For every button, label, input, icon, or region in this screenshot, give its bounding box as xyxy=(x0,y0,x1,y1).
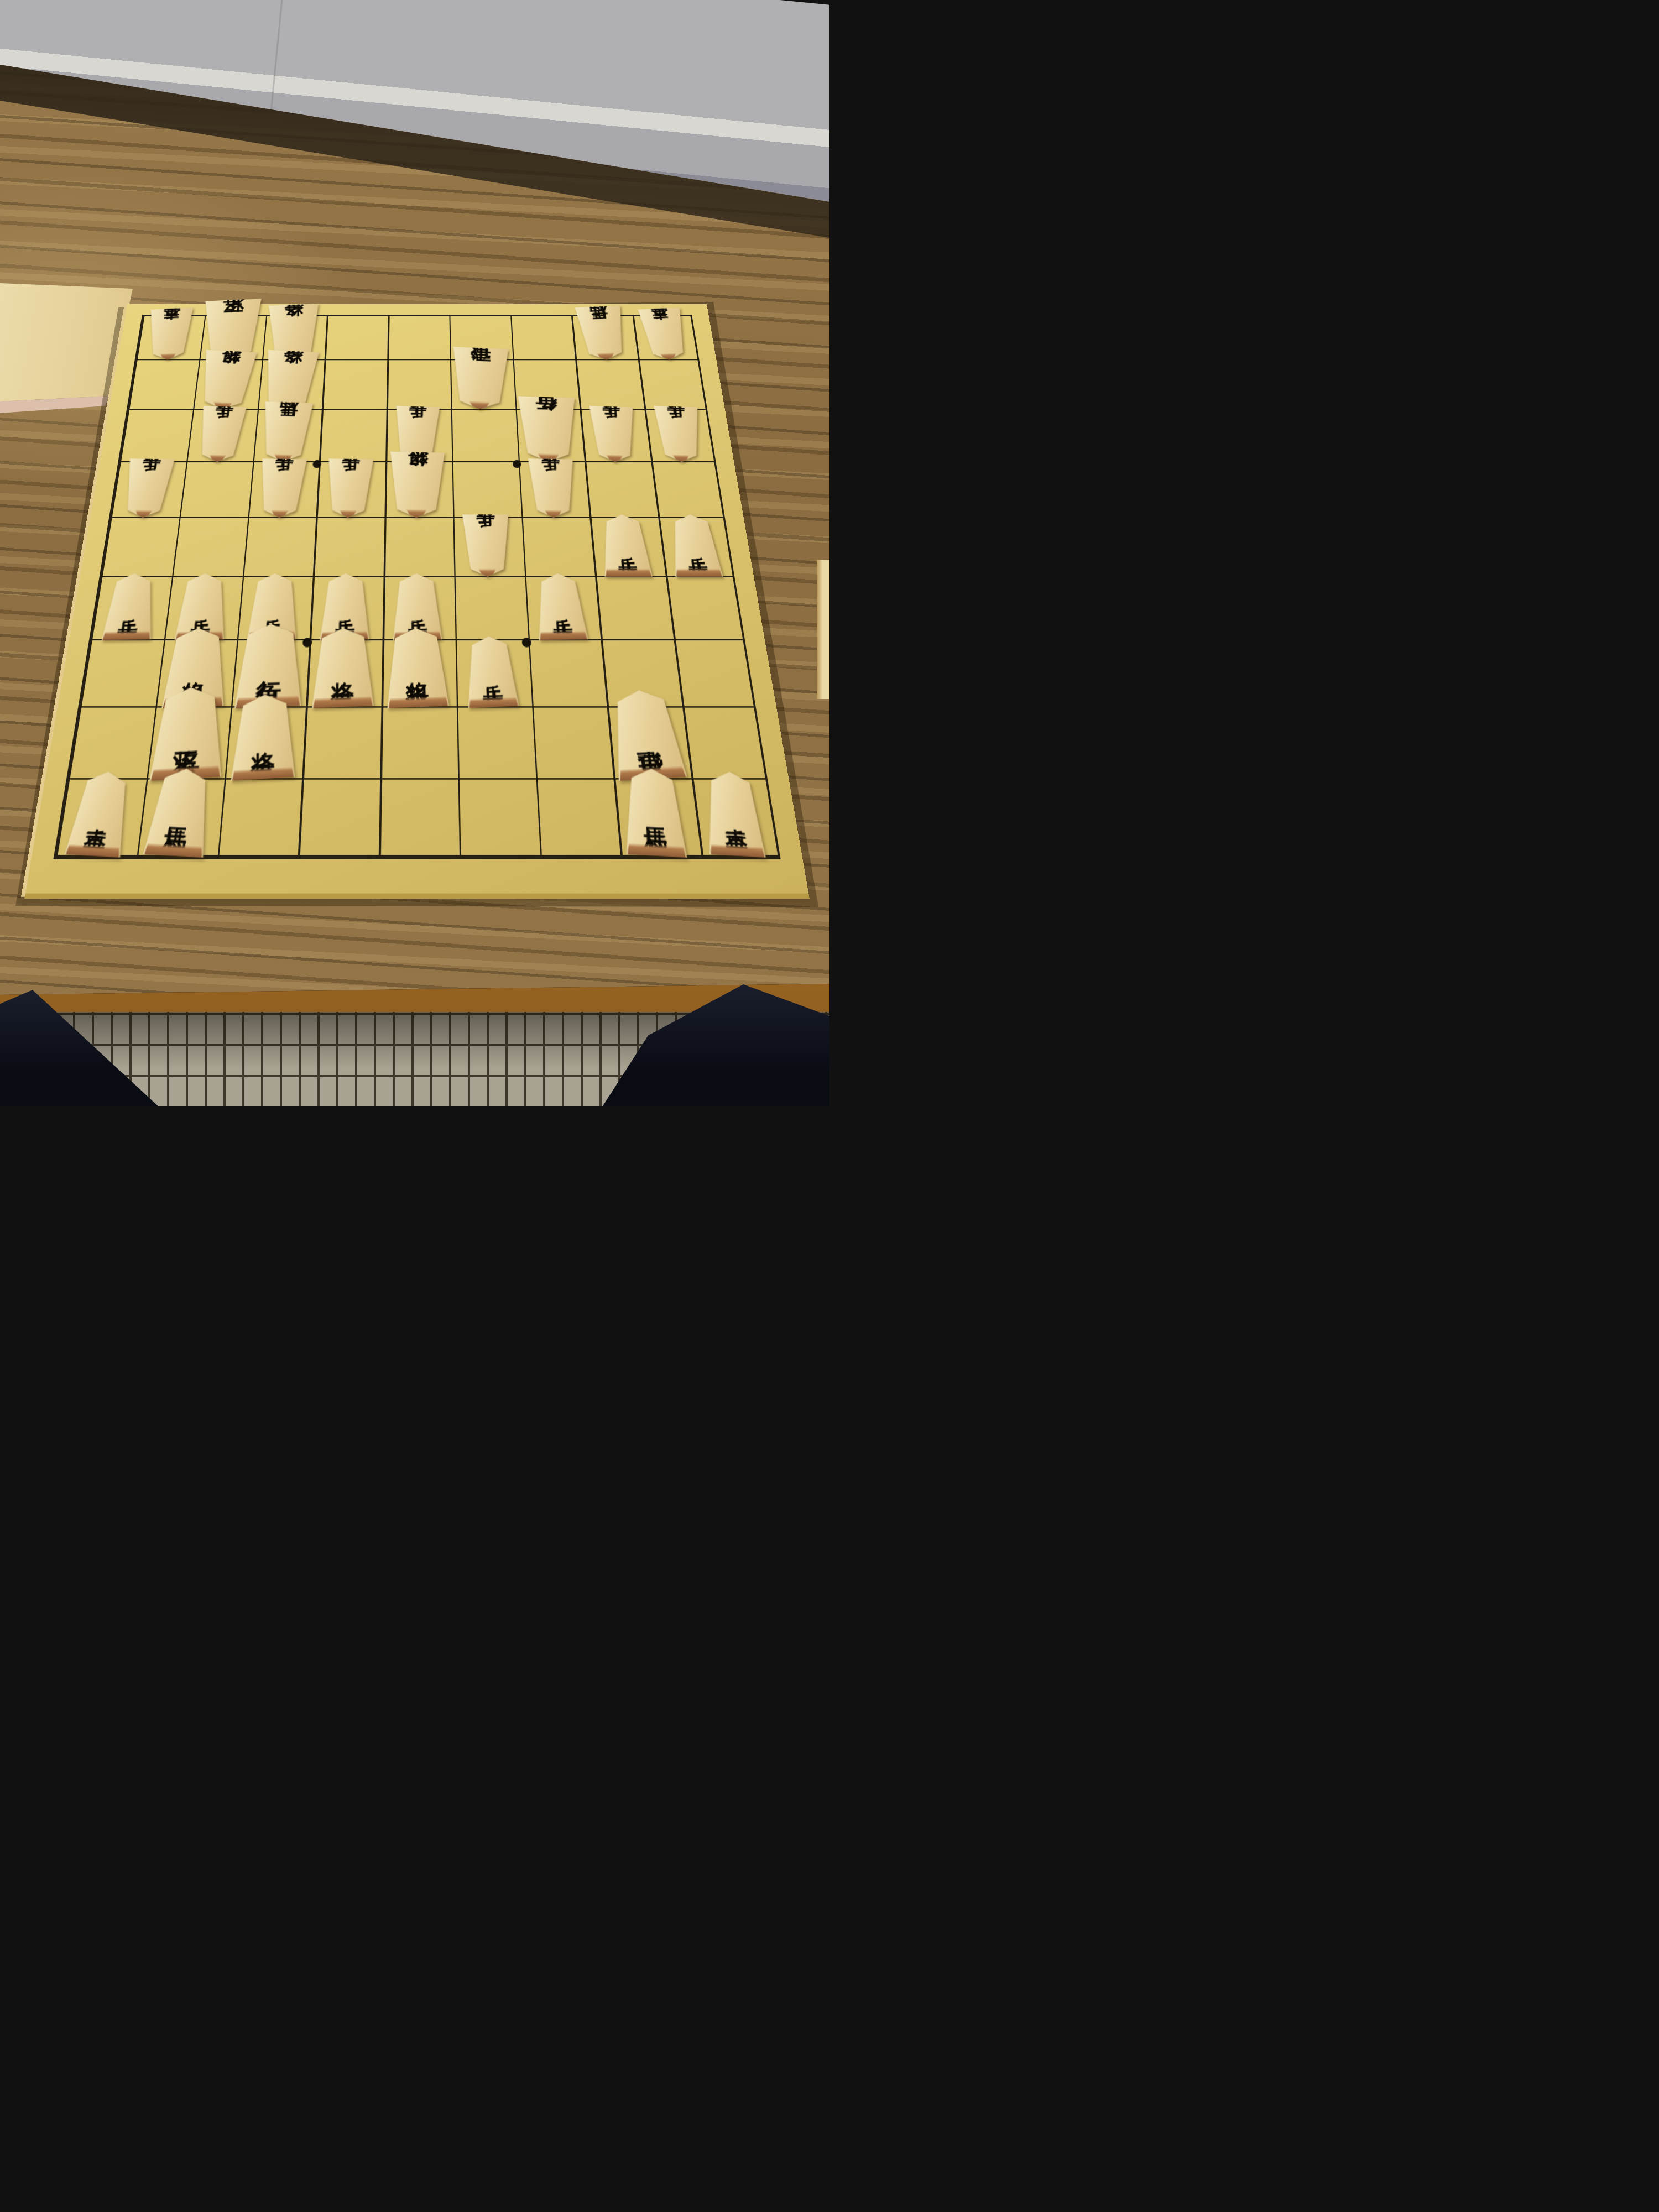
piece-wood-face: 歩兵 xyxy=(654,406,704,462)
piece-wood-face: 銀将 xyxy=(388,452,445,518)
piece-kanji: 歩兵 xyxy=(534,576,587,631)
square-8e[interactable] xyxy=(170,520,246,579)
piece-kanji: 銀将 xyxy=(197,353,257,403)
piece-base-bevel xyxy=(102,631,150,640)
piece-kanji: 歩兵 xyxy=(599,518,652,568)
piece-7h-gold-sente[interactable]: 金将 xyxy=(231,693,296,781)
square-4c[interactable] xyxy=(449,411,517,464)
piece-base-bevel xyxy=(466,401,494,410)
piece-base-bevel xyxy=(337,510,359,518)
piece-kanji: 銀将 xyxy=(389,455,445,509)
piece-kanji: 歩兵 xyxy=(465,639,518,698)
piece-base-bevel xyxy=(675,569,722,577)
square-8d[interactable] xyxy=(177,464,251,520)
piece-wood-face: 香車 xyxy=(146,307,194,361)
piece-kanji: 香車 xyxy=(147,310,193,354)
square-6e[interactable] xyxy=(311,520,383,579)
piece-kanji: 金将 xyxy=(232,697,296,769)
piece-wood-face: 銀将 xyxy=(195,350,257,410)
piece-wood-face: 銀将 xyxy=(386,627,449,708)
piece-6d-pawn-gote[interactable]: 歩兵 xyxy=(325,458,374,518)
piece-base-bevel xyxy=(476,569,499,577)
piece-kanji: 歩兵 xyxy=(320,576,369,631)
square-6c[interactable] xyxy=(317,411,385,464)
piece-kanji: 歩兵 xyxy=(393,576,442,631)
square-1d[interactable] xyxy=(650,464,726,520)
piece-2i-knight-sente[interactable]: 桂馬 xyxy=(623,767,687,858)
piece-8b-silver-gote[interactable]: 銀将 xyxy=(195,350,257,410)
piece-kanji: 桂馬 xyxy=(145,771,215,846)
square-3e[interactable] xyxy=(520,520,594,579)
piece-wood-face: 桂馬 xyxy=(258,401,314,462)
square-6h[interactable] xyxy=(300,710,379,782)
piece-base-bevel xyxy=(542,510,565,518)
piece-wood-face: 歩兵 xyxy=(257,458,307,518)
piece-1i-lance-sente[interactable]: 香車 xyxy=(702,770,766,858)
piece-kanji: 歩兵 xyxy=(667,518,722,568)
piece-wood-face: 香車 xyxy=(702,770,766,858)
piece-1e-pawn-sente[interactable]: 歩兵 xyxy=(667,514,723,577)
piece-kanji: 金将 xyxy=(268,306,319,353)
piece-kanji: 桂馬 xyxy=(259,404,314,455)
shogi-photo-scene: 香車王将金将桂馬香車銀将金将飛車歩兵桂馬歩兵角行歩兵歩兵歩兵歩兵歩兵銀将歩兵歩兵… xyxy=(0,0,830,1106)
piece-3d-pawn-gote[interactable]: 歩兵 xyxy=(528,458,576,518)
piece-kanji: 歩兵 xyxy=(121,461,174,510)
piece-wood-face: 歩兵 xyxy=(464,635,519,708)
square-9b[interactable] xyxy=(126,362,197,411)
piece-wood-face: 角行 xyxy=(518,396,578,462)
piece-base-bevel xyxy=(539,631,587,640)
square-2d[interactable] xyxy=(583,464,657,520)
piece-kanji: 香車 xyxy=(703,774,765,846)
piece-wood-face: 玉将香松作 xyxy=(149,686,225,781)
piece-6g-gold-sente[interactable]: 金将 xyxy=(312,627,374,708)
piece-kanji: 歩兵 xyxy=(196,409,246,455)
square-5i[interactable] xyxy=(377,782,457,859)
piece-wood-face: 歩兵 xyxy=(325,458,374,518)
piece-base-bevel xyxy=(132,510,155,518)
piece-2c-pawn-gote[interactable]: 歩兵 xyxy=(589,406,638,462)
piece-kanji: 桂馬 xyxy=(576,308,629,353)
piece-8c-pawn-gote[interactable]: 歩兵 xyxy=(194,406,246,462)
piece-kanji: 歩兵 xyxy=(103,576,158,631)
piece-base-bevel xyxy=(604,455,626,462)
piece-kanji: 金将 xyxy=(312,631,374,697)
square-3a[interactable] xyxy=(509,315,574,362)
piece-kanji: 飛車 xyxy=(607,693,685,769)
square-4i[interactable] xyxy=(456,782,539,859)
piece-wood-face: 歩兵 xyxy=(589,406,638,462)
piece-wood-face: 歩兵 xyxy=(534,573,588,640)
piece-kanji: 香車 xyxy=(639,310,690,354)
piece-7c-knight-gote[interactable]: 桂馬 xyxy=(258,401,314,462)
piece-kanji: 王将 xyxy=(202,301,262,353)
piece-1c-pawn-gote[interactable]: 歩兵 xyxy=(654,406,704,462)
square-3i[interactable] xyxy=(534,782,619,859)
shogi-board: 香車王将金将桂馬香車銀将金将飛車歩兵桂馬歩兵角行歩兵歩兵歩兵歩兵歩兵銀将歩兵歩兵… xyxy=(25,304,808,894)
piece-kanji: 角行 xyxy=(518,399,578,454)
piece-5d-silver-gote[interactable]: 銀将 xyxy=(388,452,445,518)
piece-kanji: 飛車 xyxy=(451,350,508,403)
piece-base-bevel xyxy=(206,455,228,462)
piece-wood-face: 桂馬 xyxy=(623,767,687,858)
piece-base-bevel xyxy=(269,510,291,518)
piece-4g-pawn-sente[interactable]: 歩兵 xyxy=(464,635,519,708)
piece-wood-face: 金将 xyxy=(231,693,296,781)
piece-wood-face: 歩兵 xyxy=(119,458,174,518)
piece-base-bevel xyxy=(468,697,518,708)
square-7i[interactable] xyxy=(215,782,300,859)
piece-5g-silver-sente[interactable]: 銀将 xyxy=(386,627,449,708)
piece-9d-pawn-gote[interactable]: 歩兵 xyxy=(119,458,174,518)
square-5a[interactable] xyxy=(385,315,448,362)
piece-3f-pawn-sente[interactable]: 歩兵 xyxy=(534,573,588,640)
square-6i[interactable] xyxy=(296,782,378,859)
piece-base-bevel xyxy=(594,353,618,361)
piece-kanji: 桂馬 xyxy=(623,771,686,846)
square-1f[interactable] xyxy=(664,579,745,642)
piece-base-bevel xyxy=(605,569,651,577)
square-1b[interactable] xyxy=(637,362,707,411)
square-9g[interactable] xyxy=(77,643,161,710)
piece-wood-face: 歩兵 xyxy=(667,514,723,577)
piece-8h-king-sente[interactable]: 玉将香松作 xyxy=(149,686,225,781)
piece-kanji: 銀将 xyxy=(386,631,448,697)
square-7e[interactable] xyxy=(241,520,315,579)
piece-kanji: 金将 xyxy=(261,353,319,403)
piece-kanji: 角行 xyxy=(235,627,303,697)
piece-kanji: 歩兵 xyxy=(654,409,703,455)
square-1g[interactable] xyxy=(672,643,757,710)
square-4h[interactable] xyxy=(455,710,534,782)
piece-wood-face: 飛車 xyxy=(451,347,509,410)
piece-9f-pawn-sente[interactable]: 歩兵 xyxy=(102,573,159,640)
piece-wood-face: 歩兵 xyxy=(462,514,512,577)
piece-2e-pawn-sente[interactable]: 歩兵 xyxy=(599,514,653,577)
piece-wood-face: 金将 xyxy=(312,627,374,708)
piece-kanji: 歩兵 xyxy=(462,518,511,568)
star-point xyxy=(521,638,531,647)
piece-wood-face: 歩兵 xyxy=(599,514,653,577)
piece-kanji: 歩兵 xyxy=(394,409,440,455)
piece-3c-bishop-gote[interactable]: 角行 xyxy=(518,396,578,462)
piece-4e-pawn-gote[interactable]: 歩兵 xyxy=(462,514,512,577)
square-9e[interactable] xyxy=(99,520,177,579)
square-6a[interactable] xyxy=(323,315,387,362)
piece-wood-face: 歩兵 xyxy=(194,406,246,462)
piece-9a-lance-gote[interactable]: 香車 xyxy=(146,307,194,361)
square-2b[interactable] xyxy=(574,362,643,411)
piece-kanji: 歩兵 xyxy=(257,461,307,510)
piece-kanji: 歩兵 xyxy=(175,576,228,631)
piece-kanji: 玉将 xyxy=(150,690,225,769)
square-9c[interactable] xyxy=(118,411,191,464)
piece-kanji: 歩兵 xyxy=(326,461,374,510)
square-3h[interactable] xyxy=(530,710,612,782)
square-2f[interactable] xyxy=(593,579,672,642)
piece-base-bevel xyxy=(658,353,680,360)
square-4f[interactable] xyxy=(452,579,526,642)
square-5b[interactable] xyxy=(385,362,450,411)
square-9h[interactable] xyxy=(66,710,153,782)
piece-wood-face: 歩兵 xyxy=(528,458,576,518)
square-6b[interactable] xyxy=(320,362,385,411)
square-5e[interactable] xyxy=(382,520,452,579)
square-3g[interactable] xyxy=(526,643,606,710)
star-point xyxy=(512,460,521,468)
piece-7d-pawn-gote[interactable]: 歩兵 xyxy=(257,458,307,518)
piece-base-bevel xyxy=(157,353,179,360)
piece-kanji: 歩兵 xyxy=(589,409,637,455)
piece-4b-rook-gote[interactable]: 飛車 xyxy=(451,347,509,410)
piece-base-bevel xyxy=(403,509,430,518)
square-5h[interactable] xyxy=(378,710,456,782)
piece-base-bevel xyxy=(670,455,692,462)
piece-stand-right xyxy=(817,560,830,699)
piece-kanji: 歩兵 xyxy=(528,461,576,510)
square-4d[interactable] xyxy=(450,464,520,520)
piece-wood-face: 歩兵 xyxy=(102,573,159,640)
